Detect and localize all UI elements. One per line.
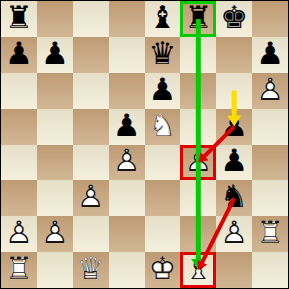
square-b6[interactable] bbox=[37, 73, 73, 109]
black-pawn-icon: ♟ bbox=[149, 74, 177, 105]
piece-white-rook[interactable]: ♜♖ bbox=[1, 252, 37, 288]
white-bishop-outline-icon: ♗ bbox=[184, 253, 212, 284]
square-a2[interactable]: ♟♙ bbox=[1, 216, 37, 252]
black-pawn-icon: ♟ bbox=[41, 38, 69, 69]
black-pawn-icon: ♟ bbox=[220, 146, 248, 177]
square-g7[interactable] bbox=[216, 37, 252, 73]
white-pawn-outline-icon: ♙ bbox=[220, 217, 248, 248]
black-rook-icon: ♜ bbox=[184, 2, 212, 33]
square-e3[interactable] bbox=[145, 180, 181, 216]
white-rook-outline-icon: ♖ bbox=[256, 217, 284, 248]
white-pawn-outline-icon: ♙ bbox=[77, 182, 105, 213]
square-h1[interactable] bbox=[252, 252, 288, 288]
square-a6[interactable] bbox=[1, 73, 37, 109]
square-e6[interactable]: ♟ bbox=[145, 73, 181, 109]
square-d5[interactable]: ♟ bbox=[109, 109, 145, 145]
square-h6[interactable]: ♟♙ bbox=[252, 73, 288, 109]
square-d8[interactable] bbox=[109, 1, 145, 37]
piece-black-rook[interactable]: ♜ bbox=[1, 1, 37, 37]
piece-white-pawn[interactable]: ♟♙ bbox=[252, 73, 288, 109]
piece-white-bishop[interactable]: ♝♗ bbox=[180, 252, 216, 288]
square-g4[interactable]: ♟ bbox=[216, 145, 252, 181]
square-g8[interactable]: ♚ bbox=[216, 1, 252, 37]
square-c2[interactable] bbox=[73, 216, 109, 252]
square-h3[interactable] bbox=[252, 180, 288, 216]
square-c6[interactable] bbox=[73, 73, 109, 109]
square-f7[interactable] bbox=[180, 37, 216, 73]
square-f8[interactable]: ♜ bbox=[180, 1, 216, 37]
piece-black-rook[interactable]: ♜ bbox=[180, 1, 216, 37]
black-king-icon: ♚ bbox=[220, 2, 248, 33]
square-c1[interactable]: ♛♕ bbox=[73, 252, 109, 288]
piece-white-queen[interactable]: ♛♕ bbox=[73, 252, 109, 288]
square-b3[interactable] bbox=[37, 180, 73, 216]
square-h2[interactable]: ♜♖ bbox=[252, 216, 288, 252]
square-b7[interactable]: ♟ bbox=[37, 37, 73, 73]
white-pawn-outline-icon: ♙ bbox=[256, 74, 284, 105]
piece-white-king[interactable]: ♚♔ bbox=[145, 252, 181, 288]
square-g5[interactable]: ♟ bbox=[216, 109, 252, 145]
piece-black-knight[interactable]: ♞ bbox=[216, 180, 252, 216]
square-b2[interactable]: ♟♙ bbox=[37, 216, 73, 252]
white-king-outline-icon: ♔ bbox=[149, 253, 177, 284]
black-queen-icon: ♛ bbox=[149, 38, 177, 69]
square-f3[interactable] bbox=[180, 180, 216, 216]
piece-black-pawn[interactable]: ♟ bbox=[252, 37, 288, 73]
square-e8[interactable]: ♝ bbox=[145, 1, 181, 37]
square-b8[interactable] bbox=[37, 1, 73, 37]
piece-white-rook[interactable]: ♜♖ bbox=[252, 216, 288, 252]
square-g2[interactable]: ♟♙ bbox=[216, 216, 252, 252]
piece-black-pawn[interactable]: ♟ bbox=[216, 145, 252, 181]
white-rook-outline-icon: ♖ bbox=[5, 253, 33, 284]
white-queen-outline-icon: ♕ bbox=[77, 253, 105, 284]
square-f2[interactable] bbox=[180, 216, 216, 252]
square-f4[interactable]: ♟♙ bbox=[180, 145, 216, 181]
square-g1[interactable] bbox=[216, 252, 252, 288]
white-pawn-outline-icon: ♙ bbox=[41, 217, 69, 248]
piece-white-knight[interactable]: ♞♘ bbox=[145, 109, 181, 145]
square-a8[interactable]: ♜ bbox=[1, 1, 37, 37]
piece-black-pawn[interactable]: ♟ bbox=[109, 109, 145, 145]
black-knight-icon: ♞ bbox=[220, 182, 248, 213]
square-e7[interactable]: ♛ bbox=[145, 37, 181, 73]
chess-board-screenshot: ♜♝♜♚♟♟♛♟♟♟♙♟♞♘♟♟♙♟♙♟♟♙♞♟♙♟♙♟♙♜♖♜♖♛♕♚♔♝♗ bbox=[0, 0, 289, 289]
square-d3[interactable] bbox=[109, 180, 145, 216]
square-f6[interactable] bbox=[180, 73, 216, 109]
piece-white-pawn[interactable]: ♟♙ bbox=[216, 216, 252, 252]
black-pawn-icon: ♟ bbox=[220, 110, 248, 141]
square-e5[interactable]: ♞♘ bbox=[145, 109, 181, 145]
square-c8[interactable] bbox=[73, 1, 109, 37]
square-d1[interactable] bbox=[109, 252, 145, 288]
square-c7[interactable] bbox=[73, 37, 109, 73]
piece-white-pawn[interactable]: ♟♙ bbox=[37, 216, 73, 252]
square-h5[interactable] bbox=[252, 109, 288, 145]
piece-black-bishop[interactable]: ♝ bbox=[145, 1, 181, 37]
square-h4[interactable] bbox=[252, 145, 288, 181]
piece-white-pawn[interactable]: ♟♙ bbox=[180, 145, 216, 181]
square-d4[interactable]: ♟♙ bbox=[109, 145, 145, 181]
piece-black-pawn[interactable]: ♟ bbox=[216, 109, 252, 145]
square-f1[interactable]: ♝♗ bbox=[180, 252, 216, 288]
square-f5[interactable] bbox=[180, 109, 216, 145]
white-pawn-outline-icon: ♙ bbox=[113, 146, 141, 177]
square-c5[interactable] bbox=[73, 109, 109, 145]
piece-black-queen[interactable]: ♛ bbox=[145, 37, 181, 73]
black-rook-icon: ♜ bbox=[5, 2, 33, 33]
piece-black-pawn[interactable]: ♟ bbox=[37, 37, 73, 73]
square-e1[interactable]: ♚♔ bbox=[145, 252, 181, 288]
square-d6[interactable] bbox=[109, 73, 145, 109]
square-c4[interactable] bbox=[73, 145, 109, 181]
square-e2[interactable] bbox=[145, 216, 181, 252]
square-c3[interactable]: ♟♙ bbox=[73, 180, 109, 216]
square-b5[interactable] bbox=[37, 109, 73, 145]
square-a1[interactable]: ♜♖ bbox=[1, 252, 37, 288]
piece-white-pawn[interactable]: ♟♙ bbox=[109, 145, 145, 181]
square-g6[interactable] bbox=[216, 73, 252, 109]
black-pawn-icon: ♟ bbox=[5, 38, 33, 69]
square-a7[interactable]: ♟ bbox=[1, 37, 37, 73]
black-bishop-icon: ♝ bbox=[149, 2, 177, 33]
piece-white-pawn[interactable]: ♟♙ bbox=[73, 180, 109, 216]
square-d7[interactable] bbox=[109, 37, 145, 73]
square-h7[interactable]: ♟ bbox=[252, 37, 288, 73]
square-a3[interactable] bbox=[1, 180, 37, 216]
square-b1[interactable] bbox=[37, 252, 73, 288]
black-pawn-icon: ♟ bbox=[256, 38, 284, 69]
square-d2[interactable] bbox=[109, 216, 145, 252]
square-b4[interactable] bbox=[37, 145, 73, 181]
square-g3[interactable]: ♞ bbox=[216, 180, 252, 216]
square-h8[interactable] bbox=[252, 1, 288, 37]
chess-board: ♜♝♜♚♟♟♛♟♟♟♙♟♞♘♟♟♙♟♙♟♟♙♞♟♙♟♙♟♙♜♖♜♖♛♕♚♔♝♗ bbox=[0, 0, 289, 289]
piece-black-pawn[interactable]: ♟ bbox=[1, 37, 37, 73]
white-pawn-outline-icon: ♙ bbox=[184, 146, 212, 177]
square-a5[interactable] bbox=[1, 109, 37, 145]
square-a4[interactable] bbox=[1, 145, 37, 181]
white-knight-outline-icon: ♘ bbox=[149, 110, 177, 141]
white-pawn-outline-icon: ♙ bbox=[5, 217, 33, 248]
piece-black-pawn[interactable]: ♟ bbox=[145, 73, 181, 109]
square-e4[interactable] bbox=[145, 145, 181, 181]
black-pawn-icon: ♟ bbox=[113, 110, 141, 141]
piece-black-king[interactable]: ♚ bbox=[216, 1, 252, 37]
piece-white-pawn[interactable]: ♟♙ bbox=[1, 216, 37, 252]
